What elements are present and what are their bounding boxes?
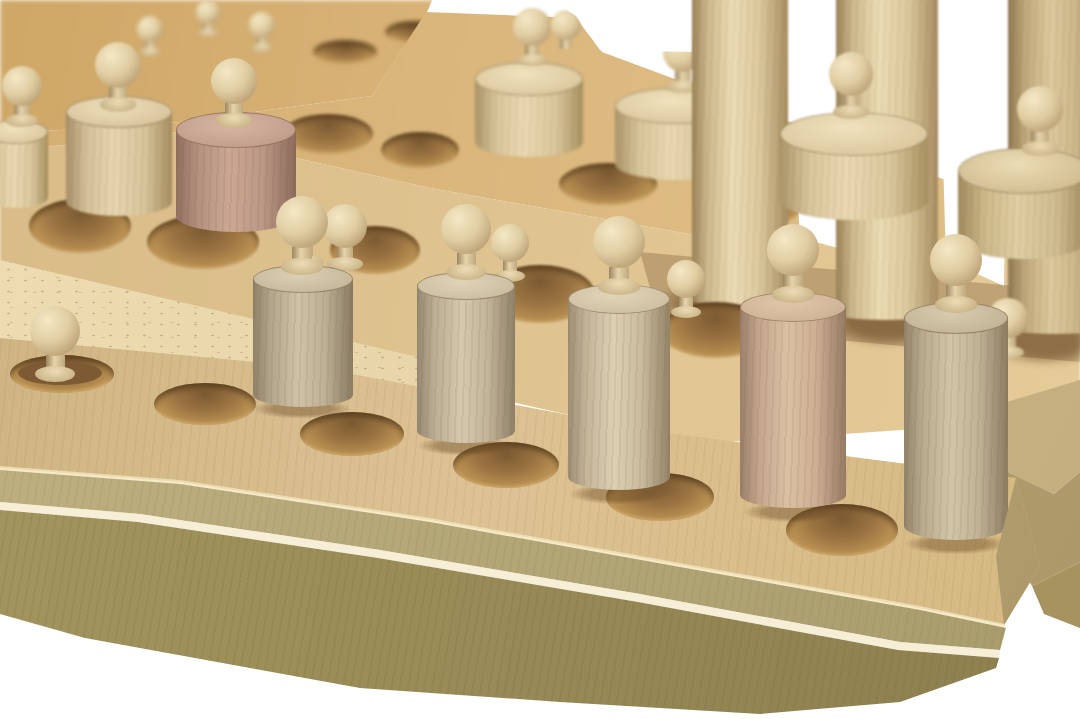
cream-cylinder-knob-ball (95, 42, 141, 88)
cream-cylinder-cropped-knob[interactable] (2, 66, 42, 134)
cream-cylinder-cropped-knob-collar (6, 114, 38, 127)
cream-cylinder-cropped-knob-ball (2, 66, 42, 106)
front-cylinder-1-knob-ball (276, 196, 328, 248)
sunken-small-cylinder-knob[interactable] (30, 306, 80, 391)
front-cylinder-3[interactable] (568, 284, 670, 492)
mauve-cylinder-knob-collar (216, 113, 253, 128)
wide-cylinder-d-knob[interactable] (1017, 86, 1063, 164)
wide-cylinder-c-knob-collar (833, 105, 868, 119)
wide-cylinder-a[interactable] (475, 62, 583, 159)
wide-cylinder-d-knob-ball (1017, 86, 1063, 132)
front-cylinder-3-knob-ball (593, 216, 645, 268)
back-block-knob-2-collar (198, 29, 217, 37)
wide-cylinder-c[interactable] (780, 112, 928, 222)
front-cylinder-2-body (417, 286, 515, 443)
third-block-hole-2[interactable] (381, 132, 459, 168)
sunken-cylinder-knob-2-ball (491, 224, 529, 262)
wide-cylinder-c-knob[interactable] (829, 52, 873, 127)
wide-cylinder-a-knob-collar (517, 54, 547, 66)
mauve-cylinder-knob-ball (211, 58, 257, 104)
wide-cylinder-d-knob-collar (1022, 141, 1059, 156)
knob-behind-wide-cylinder-a[interactable] (551, 10, 581, 61)
front-cylinder-4-knob-collar (772, 286, 814, 303)
back-block-knob-3-collar (252, 43, 273, 51)
sunken-cylinder-knob-1-ball (323, 204, 367, 248)
front-cylinder-2[interactable] (417, 272, 515, 445)
sunken-cylinder-knob-3[interactable] (667, 260, 705, 325)
wide-cylinder-a-knob-ball (513, 8, 551, 46)
front-cylinder-5[interactable] (904, 302, 1008, 542)
front-cylinder-2-knob[interactable] (441, 204, 491, 289)
front-cylinder-1[interactable] (253, 265, 353, 409)
sunken-cylinder-knob-3-collar (671, 306, 701, 318)
back-block-knob-1-ball (137, 16, 163, 42)
sunken-small-cylinder-knob-ball (30, 306, 80, 356)
front-cylinder-2-knob-collar (446, 264, 486, 280)
front-cylinder-5-knob-ball (930, 234, 982, 286)
third-block-hole-1[interactable] (283, 114, 373, 154)
cream-cylinder-knob[interactable] (95, 42, 141, 120)
front-cylinder-5-knob-collar (935, 296, 977, 313)
mauve-cylinder-knob[interactable] (211, 58, 257, 136)
back-block-knob-2[interactable] (196, 0, 220, 41)
back-block-hole-1[interactable] (313, 40, 377, 64)
front-cylinder-4-knob-ball (767, 224, 819, 276)
back-block-knob-3[interactable] (249, 12, 275, 56)
front-cylinder-4-knob[interactable] (767, 224, 819, 312)
front-cylinder-1-knob[interactable] (276, 196, 328, 284)
front-cylinder-4-body (740, 307, 846, 508)
front-cylinder-1-knob-collar (281, 258, 323, 275)
back-block-knob-3-ball (249, 12, 275, 38)
front-cylinder-3-knob-collar (598, 278, 640, 295)
cream-cylinder-knob-collar (100, 97, 137, 112)
front-cylinder-3-knob[interactable] (593, 216, 645, 304)
wide-cylinder-c-knob-ball (829, 52, 873, 96)
front-cylinder-2-knob-ball (441, 204, 491, 254)
front-cylinder-4[interactable] (740, 292, 846, 510)
front-cylinder-5-knob[interactable] (930, 234, 982, 322)
sunken-cylinder-knob-3-ball (667, 260, 705, 298)
sunken-small-cylinder-knob-collar (35, 366, 75, 382)
back-block-knob-1-collar (140, 47, 161, 55)
front-cylinder-5-body (904, 318, 1008, 540)
front-cylinder-1-body (253, 279, 353, 407)
wide-cylinder-a-knob[interactable] (513, 8, 551, 73)
back-block-knob-2-ball (196, 0, 220, 24)
montessori-cylinder-blocks-photo (0, 0, 1080, 719)
front-cylinder-3-body (568, 299, 670, 490)
